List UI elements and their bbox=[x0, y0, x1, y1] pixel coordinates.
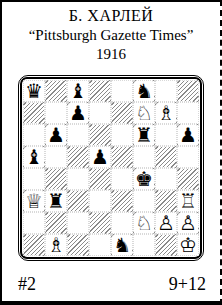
piece-black-pawn: ♟ bbox=[68, 103, 88, 124]
piece-black-king: ♚ bbox=[134, 169, 154, 190]
square-c5 bbox=[67, 146, 89, 168]
square-c7: ♟ bbox=[67, 102, 89, 124]
square-e6 bbox=[111, 124, 133, 146]
square-b5 bbox=[45, 146, 67, 168]
square-b4 bbox=[45, 168, 67, 190]
piece-white-pawn: ♙ bbox=[178, 213, 198, 234]
square-c6 bbox=[67, 124, 89, 146]
square-g7: ♗ bbox=[155, 102, 177, 124]
piece-black-knight: ♞ bbox=[112, 235, 132, 256]
square-b3: ♜ bbox=[45, 190, 67, 212]
square-g6 bbox=[155, 124, 177, 146]
square-h2: ♙ bbox=[177, 212, 199, 234]
square-c8: ♝ bbox=[67, 80, 89, 102]
chess-board: ♛♝♞♟♘♗♟♜♟♝♟♚♕♜♖♘♙♙♗♞♔ bbox=[23, 80, 199, 256]
square-b7 bbox=[45, 102, 67, 124]
square-d1 bbox=[89, 234, 111, 256]
square-g4 bbox=[155, 168, 177, 190]
piece-black-queen: ♛ bbox=[24, 81, 44, 102]
piece-black-bishop: ♝ bbox=[24, 147, 44, 168]
piece-black-pawn: ♟ bbox=[46, 125, 66, 146]
square-h4 bbox=[177, 168, 199, 190]
square-e7 bbox=[111, 102, 133, 124]
square-b8 bbox=[45, 80, 67, 102]
square-a2 bbox=[23, 212, 45, 234]
square-d5: ♟ bbox=[89, 146, 111, 168]
square-a5: ♝ bbox=[23, 146, 45, 168]
square-a7 bbox=[23, 102, 45, 124]
publication-year: 1916 bbox=[2, 45, 220, 63]
square-c4 bbox=[67, 168, 89, 190]
square-d3 bbox=[89, 190, 111, 212]
square-a4 bbox=[23, 168, 45, 190]
material-count: 9+12 bbox=[169, 273, 206, 295]
problem-footer: #2 9+12 bbox=[2, 273, 220, 295]
piece-white-king: ♔ bbox=[178, 235, 198, 256]
square-f1 bbox=[133, 234, 155, 256]
square-f8: ♞ bbox=[133, 80, 155, 102]
piece-white-knight: ♘ bbox=[134, 103, 154, 124]
square-e3 bbox=[111, 190, 133, 212]
problem-header: Б. ХАРЛЕЙ “Pittsburgh Gazette Times” 191… bbox=[2, 2, 220, 63]
composer-name: Б. ХАРЛЕЙ bbox=[2, 6, 220, 26]
square-f7: ♘ bbox=[133, 102, 155, 124]
square-h1: ♔ bbox=[177, 234, 199, 256]
source-publication: “Pittsburgh Gazette Times” bbox=[2, 26, 220, 45]
square-e2 bbox=[111, 212, 133, 234]
square-f6: ♜ bbox=[133, 124, 155, 146]
square-b6: ♟ bbox=[45, 124, 67, 146]
square-f2: ♘ bbox=[133, 212, 155, 234]
square-h3: ♖ bbox=[177, 190, 199, 212]
square-d4 bbox=[89, 168, 111, 190]
piece-white-bishop: ♗ bbox=[156, 103, 176, 124]
square-a6 bbox=[23, 124, 45, 146]
square-g3 bbox=[155, 190, 177, 212]
square-f3 bbox=[133, 190, 155, 212]
piece-black-rook: ♜ bbox=[46, 191, 66, 212]
square-b2 bbox=[45, 212, 67, 234]
square-h7 bbox=[177, 102, 199, 124]
piece-black-pawn: ♟ bbox=[178, 125, 198, 146]
chess-board-frame: ♛♝♞♟♘♗♟♜♟♝♟♚♕♜♖♘♙♙♗♞♔ bbox=[18, 75, 204, 261]
piece-black-knight: ♞ bbox=[134, 81, 154, 102]
square-a3: ♕ bbox=[23, 190, 45, 212]
piece-black-rook: ♜ bbox=[134, 125, 154, 146]
piece-white-pawn: ♙ bbox=[156, 213, 176, 234]
chess-board-inner-frame: ♛♝♞♟♘♗♟♜♟♝♟♚♕♜♖♘♙♙♗♞♔ bbox=[20, 77, 202, 259]
square-h8 bbox=[177, 80, 199, 102]
piece-white-rook: ♖ bbox=[178, 191, 198, 212]
square-g5 bbox=[155, 146, 177, 168]
square-d6 bbox=[89, 124, 111, 146]
square-g1 bbox=[155, 234, 177, 256]
square-g2: ♙ bbox=[155, 212, 177, 234]
square-d2 bbox=[89, 212, 111, 234]
square-h5 bbox=[177, 146, 199, 168]
square-g8 bbox=[155, 80, 177, 102]
piece-white-queen: ♕ bbox=[24, 191, 44, 212]
square-d7 bbox=[89, 102, 111, 124]
diagram-page: Б. ХАРЛЕЙ “Pittsburgh Gazette Times” 191… bbox=[0, 0, 222, 305]
square-f4: ♚ bbox=[133, 168, 155, 190]
square-b1: ♗ bbox=[45, 234, 67, 256]
square-a1 bbox=[23, 234, 45, 256]
square-e8 bbox=[111, 80, 133, 102]
square-e4 bbox=[111, 168, 133, 190]
piece-black-bishop: ♝ bbox=[68, 81, 88, 102]
square-h6: ♟ bbox=[177, 124, 199, 146]
piece-white-bishop: ♗ bbox=[46, 235, 66, 256]
square-a8: ♛ bbox=[23, 80, 45, 102]
square-c3 bbox=[67, 190, 89, 212]
square-c2 bbox=[67, 212, 89, 234]
piece-white-knight: ♘ bbox=[134, 213, 154, 234]
square-e1: ♞ bbox=[111, 234, 133, 256]
piece-black-pawn: ♟ bbox=[90, 147, 110, 168]
square-d8 bbox=[89, 80, 111, 102]
stipulation-mate-in-2: #2 bbox=[18, 273, 36, 295]
square-e5 bbox=[111, 146, 133, 168]
square-c1 bbox=[67, 234, 89, 256]
square-f5 bbox=[133, 146, 155, 168]
